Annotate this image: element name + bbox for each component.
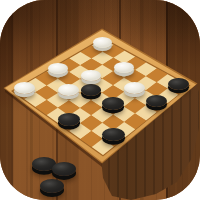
captured-checker-piece-black [40, 179, 65, 193]
checker-piece-white [48, 63, 68, 75]
checker-piece-black [58, 113, 80, 126]
captured-checker-piece-black [52, 162, 76, 176]
checker-piece-white [114, 62, 134, 74]
checker-piece-white [58, 84, 79, 96]
checker-piece-black [81, 84, 102, 96]
checker-piece-white [14, 82, 35, 94]
checker-piece-black [168, 78, 189, 90]
checker-piece-white [81, 70, 101, 82]
checker-piece-white [93, 37, 112, 48]
checker-piece-black [102, 128, 125, 141]
screenshot [0, 0, 200, 200]
checker-piece-black [102, 97, 123, 109]
checker-piece-black [146, 95, 167, 107]
checker-piece-white [124, 82, 145, 94]
pieces-layer [0, 0, 200, 200]
checkers-app-icon[interactable] [0, 0, 200, 200]
